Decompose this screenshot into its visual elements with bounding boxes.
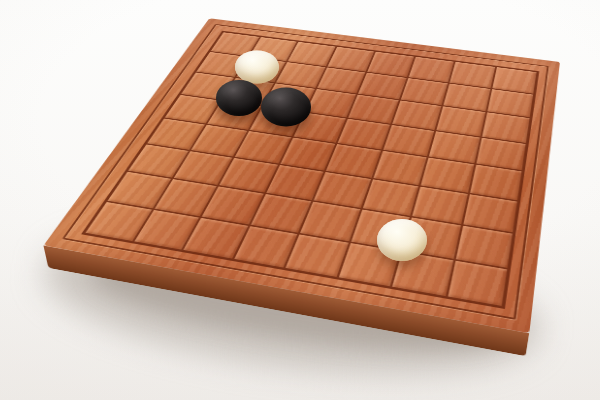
photo-scene bbox=[0, 0, 600, 400]
board-cell[interactable] bbox=[407, 56, 455, 83]
board-cell[interactable] bbox=[382, 124, 436, 157]
white-stone[interactable] bbox=[377, 219, 427, 261]
board-cell[interactable] bbox=[446, 259, 508, 307]
white-stone[interactable] bbox=[235, 51, 279, 84]
black-stone[interactable] bbox=[216, 80, 262, 116]
black-stone[interactable] bbox=[261, 88, 311, 127]
